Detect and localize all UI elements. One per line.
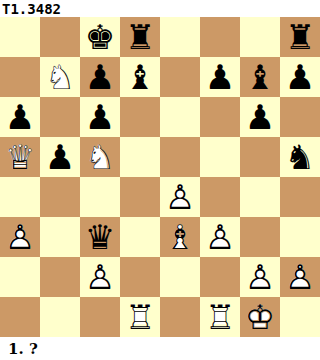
white-king-fill: ♚ bbox=[240, 297, 280, 337]
white-pawn: ♙ bbox=[200, 217, 240, 257]
black-rook: ♜ bbox=[120, 17, 160, 57]
black-pawn: ♟ bbox=[80, 57, 120, 97]
square-a7[interactable] bbox=[0, 57, 40, 97]
square-b1[interactable] bbox=[40, 297, 80, 337]
square-g8[interactable] bbox=[240, 17, 280, 57]
square-e7[interactable] bbox=[160, 57, 200, 97]
square-b6[interactable] bbox=[40, 97, 80, 137]
black-pawn: ♟ bbox=[240, 97, 280, 137]
square-b2[interactable] bbox=[40, 257, 80, 297]
puzzle-id: T1.3482 bbox=[2, 1, 61, 17]
square-h6[interactable] bbox=[280, 97, 320, 137]
square-c4[interactable] bbox=[80, 177, 120, 217]
white-bishop: ♗ bbox=[160, 217, 200, 257]
square-h1[interactable] bbox=[280, 297, 320, 337]
square-a8[interactable] bbox=[0, 17, 40, 57]
white-pawn-fill: ♟ bbox=[240, 257, 280, 297]
white-pawn: ♙ bbox=[280, 257, 320, 297]
white-pawn-fill: ♟ bbox=[80, 257, 120, 297]
square-h7[interactable]: ♟ bbox=[280, 57, 320, 97]
square-c3[interactable]: ♛ bbox=[80, 217, 120, 257]
white-pawn: ♙ bbox=[160, 177, 200, 217]
square-b4[interactable] bbox=[40, 177, 80, 217]
square-c7[interactable]: ♟ bbox=[80, 57, 120, 97]
square-f5[interactable] bbox=[200, 137, 240, 177]
white-knight: ♘ bbox=[40, 57, 80, 97]
white-rook-fill: ♜ bbox=[120, 297, 160, 337]
square-c6[interactable]: ♟ bbox=[80, 97, 120, 137]
square-h3[interactable] bbox=[280, 217, 320, 257]
square-g1[interactable]: ♚♔ bbox=[240, 297, 280, 337]
white-pawn-fill: ♟ bbox=[160, 177, 200, 217]
white-bishop-fill: ♝ bbox=[160, 217, 200, 257]
square-b5[interactable]: ♟ bbox=[40, 137, 80, 177]
black-pawn: ♟ bbox=[200, 57, 240, 97]
chess-board: ♚♜♜♞♘♟♝♟♝♟♟♟♟♛♕♟♞♘♞♟♙♟♙♛♝♗♟♙♟♙♟♙♟♙♜♖♜♖♚♔ bbox=[0, 17, 320, 337]
square-b7[interactable]: ♞♘ bbox=[40, 57, 80, 97]
chess-puzzle-page: T1.3482 ♚♜♜♞♘♟♝♟♝♟♟♟♟♛♕♟♞♘♞♟♙♟♙♛♝♗♟♙♟♙♟♙… bbox=[0, 0, 320, 360]
square-g3[interactable] bbox=[240, 217, 280, 257]
square-f8[interactable] bbox=[200, 17, 240, 57]
square-e2[interactable] bbox=[160, 257, 200, 297]
black-knight: ♞ bbox=[280, 137, 320, 177]
square-e5[interactable] bbox=[160, 137, 200, 177]
black-bishop: ♝ bbox=[240, 57, 280, 97]
white-pawn-fill: ♟ bbox=[0, 217, 40, 257]
square-d2[interactable] bbox=[120, 257, 160, 297]
square-f1[interactable]: ♜♖ bbox=[200, 297, 240, 337]
square-d7[interactable]: ♝ bbox=[120, 57, 160, 97]
white-pawn: ♙ bbox=[240, 257, 280, 297]
square-e4[interactable]: ♟♙ bbox=[160, 177, 200, 217]
black-pawn: ♟ bbox=[40, 137, 80, 177]
square-c8[interactable]: ♚ bbox=[80, 17, 120, 57]
square-c2[interactable]: ♟♙ bbox=[80, 257, 120, 297]
square-c1[interactable] bbox=[80, 297, 120, 337]
black-rook: ♜ bbox=[280, 17, 320, 57]
move-prompt: 1. ? bbox=[8, 339, 38, 359]
square-a5[interactable]: ♛♕ bbox=[0, 137, 40, 177]
square-e6[interactable] bbox=[160, 97, 200, 137]
black-pawn: ♟ bbox=[0, 97, 40, 137]
black-bishop: ♝ bbox=[120, 57, 160, 97]
square-e3[interactable]: ♝♗ bbox=[160, 217, 200, 257]
square-a1[interactable] bbox=[0, 297, 40, 337]
square-a4[interactable] bbox=[0, 177, 40, 217]
square-g6[interactable]: ♟ bbox=[240, 97, 280, 137]
square-a3[interactable]: ♟♙ bbox=[0, 217, 40, 257]
white-queen: ♕ bbox=[0, 137, 40, 177]
square-e8[interactable] bbox=[160, 17, 200, 57]
white-queen-fill: ♛ bbox=[0, 137, 40, 177]
square-d4[interactable] bbox=[120, 177, 160, 217]
square-e1[interactable] bbox=[160, 297, 200, 337]
square-d5[interactable] bbox=[120, 137, 160, 177]
square-h5[interactable]: ♞ bbox=[280, 137, 320, 177]
square-a2[interactable] bbox=[0, 257, 40, 297]
square-d8[interactable]: ♜ bbox=[120, 17, 160, 57]
square-g2[interactable]: ♟♙ bbox=[240, 257, 280, 297]
square-f4[interactable] bbox=[200, 177, 240, 217]
white-pawn-fill: ♟ bbox=[200, 217, 240, 257]
square-d6[interactable] bbox=[120, 97, 160, 137]
square-b3[interactable] bbox=[40, 217, 80, 257]
square-a6[interactable]: ♟ bbox=[0, 97, 40, 137]
square-f7[interactable]: ♟ bbox=[200, 57, 240, 97]
white-rook: ♖ bbox=[200, 297, 240, 337]
square-b8[interactable] bbox=[40, 17, 80, 57]
black-king: ♚ bbox=[80, 17, 120, 57]
square-g7[interactable]: ♝ bbox=[240, 57, 280, 97]
square-f3[interactable]: ♟♙ bbox=[200, 217, 240, 257]
white-knight: ♘ bbox=[80, 137, 120, 177]
square-d1[interactable]: ♜♖ bbox=[120, 297, 160, 337]
square-c5[interactable]: ♞♘ bbox=[80, 137, 120, 177]
black-pawn: ♟ bbox=[280, 57, 320, 97]
black-queen: ♛ bbox=[80, 217, 120, 257]
square-g4[interactable] bbox=[240, 177, 280, 217]
white-rook-fill: ♜ bbox=[200, 297, 240, 337]
square-h4[interactable] bbox=[280, 177, 320, 217]
white-pawn: ♙ bbox=[0, 217, 40, 257]
square-g5[interactable] bbox=[240, 137, 280, 177]
white-knight-fill: ♞ bbox=[80, 137, 120, 177]
square-d3[interactable] bbox=[120, 217, 160, 257]
black-pawn: ♟ bbox=[80, 97, 120, 137]
square-h2[interactable]: ♟♙ bbox=[280, 257, 320, 297]
white-rook: ♖ bbox=[120, 297, 160, 337]
square-f6[interactable] bbox=[200, 97, 240, 137]
white-pawn-fill: ♟ bbox=[280, 257, 320, 297]
white-knight-fill: ♞ bbox=[40, 57, 80, 97]
white-pawn: ♙ bbox=[80, 257, 120, 297]
square-h8[interactable]: ♜ bbox=[280, 17, 320, 57]
white-king: ♔ bbox=[240, 297, 280, 337]
square-f2[interactable] bbox=[200, 257, 240, 297]
